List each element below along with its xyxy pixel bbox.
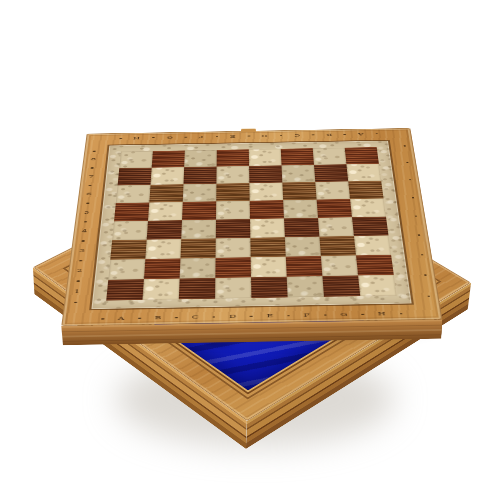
square-f2 <box>286 256 323 277</box>
coordinate-label: 8 <box>91 158 96 162</box>
latch-tab <box>241 128 256 132</box>
square-c1 <box>179 278 216 299</box>
coordinate-label: C <box>294 133 300 137</box>
square-h8 <box>345 147 379 164</box>
square-a5 <box>114 203 149 222</box>
square-g2 <box>321 255 358 276</box>
board-top-face: HGFEDCBA ABCDEFGH 87654321 <box>61 128 442 326</box>
inlay-dot <box>414 215 417 216</box>
square-g1 <box>322 275 360 296</box>
file-labels-far: HGFEDCBA <box>119 132 378 140</box>
coordinate-label: G <box>166 135 172 139</box>
coordinate-label: 3 <box>79 248 85 253</box>
square-b1 <box>142 279 179 300</box>
square-c2 <box>180 258 216 279</box>
squares-grid <box>106 147 396 300</box>
inlay-dot <box>74 301 77 303</box>
inlay-dot <box>77 280 80 282</box>
square-b2 <box>144 258 181 279</box>
square-b7 <box>151 167 185 185</box>
square-c7 <box>183 167 216 185</box>
square-f6 <box>282 182 316 200</box>
coordinate-label: 6 <box>86 192 91 196</box>
inlay-dot <box>287 315 290 317</box>
inlay-dot <box>312 134 314 135</box>
square-d7 <box>216 166 249 184</box>
square-c4 <box>181 220 216 239</box>
square-b5 <box>148 202 183 221</box>
square-f5 <box>283 200 318 219</box>
coordinate-label: 2 <box>77 268 83 273</box>
inlay-dot <box>79 260 82 262</box>
inlay-dot <box>87 203 90 204</box>
square-c8 <box>184 150 217 167</box>
square-f3 <box>285 237 321 257</box>
square-e1 <box>251 277 288 298</box>
inlay-dot <box>91 167 94 168</box>
coordinate-label: A <box>118 316 125 321</box>
square-b4 <box>147 220 182 239</box>
square-d2 <box>215 257 251 278</box>
inlay-dot <box>280 135 282 136</box>
square-h6 <box>348 181 383 199</box>
square-g4 <box>318 217 354 236</box>
square-a3 <box>110 240 146 260</box>
coordinate-label: H <box>134 136 141 140</box>
inlay-dot <box>427 295 430 297</box>
square-e5 <box>250 200 284 219</box>
coordinate-label: B <box>326 133 332 137</box>
inlay-dot <box>84 221 87 222</box>
inlay-dot <box>250 316 253 318</box>
rank-labels-left: 87654321 <box>73 151 97 303</box>
square-a6 <box>116 185 151 203</box>
inlay-dot <box>93 151 95 152</box>
square-g7 <box>314 164 348 182</box>
coordinate-label: 5 <box>84 210 90 214</box>
inlay-dot <box>409 179 412 180</box>
coordinate-label: D <box>262 134 268 138</box>
inlay-dot <box>344 134 346 135</box>
square-h3 <box>354 235 391 255</box>
square-a8 <box>119 151 153 168</box>
inlay-dot <box>212 316 215 318</box>
square-d5 <box>216 201 250 220</box>
square-e4 <box>250 218 285 237</box>
inlay-dot <box>403 145 406 146</box>
coordinate-label: E <box>267 313 273 318</box>
square-g8 <box>313 148 347 165</box>
square-f4 <box>284 218 319 237</box>
inlay-dot <box>324 314 327 316</box>
chessboard-product-photo: HGFEDCBA ABCDEFGH 87654321 <box>0 0 500 500</box>
square-a4 <box>112 221 148 240</box>
inlay-dot <box>89 185 92 186</box>
coordinate-label: F <box>304 313 310 318</box>
square-d4 <box>216 219 251 238</box>
inlay-dot <box>417 234 420 235</box>
square-h7 <box>346 164 381 182</box>
square-d3 <box>216 238 251 258</box>
square-e7 <box>249 165 282 183</box>
square-c3 <box>180 238 215 258</box>
chess-board: HGFEDCBA ABCDEFGH 87654321 <box>61 128 442 326</box>
square-h2 <box>356 255 394 276</box>
square-d8 <box>217 149 249 166</box>
square-h1 <box>358 275 396 296</box>
coordinate-label: 7 <box>88 175 93 179</box>
inlay-dot <box>375 133 377 134</box>
inlay-dot <box>184 137 186 138</box>
inlay-dot <box>152 137 154 138</box>
coordinate-label: F <box>199 135 204 139</box>
coordinate-label: C <box>192 315 199 320</box>
square-b6 <box>149 184 183 202</box>
square-a2 <box>108 259 145 280</box>
coordinate-label: G <box>340 312 347 317</box>
square-c5 <box>182 201 216 220</box>
coordinate-label: E <box>230 134 235 138</box>
square-g3 <box>319 236 356 256</box>
inlay-dot <box>216 136 218 137</box>
inlay-dot <box>248 135 250 136</box>
coordinate-label: A <box>358 132 364 136</box>
inlay-dot <box>424 274 427 276</box>
inlay-dot <box>119 138 121 139</box>
inlay-dot <box>420 254 423 255</box>
square-e6 <box>249 183 283 201</box>
square-d6 <box>216 183 249 201</box>
square-f8 <box>281 148 314 165</box>
inlay-dot <box>406 162 409 163</box>
coordinate-label: D <box>229 314 236 319</box>
coordinate-label: H <box>378 311 386 316</box>
inlay-dot <box>399 313 402 315</box>
inlay-dot <box>361 314 364 316</box>
square-d1 <box>215 277 251 298</box>
inlay-dot <box>82 240 85 241</box>
square-a1 <box>106 279 144 300</box>
square-h5 <box>350 198 386 217</box>
coordinate-label: 4 <box>82 229 88 234</box>
square-h4 <box>352 217 389 236</box>
inlay-dot <box>138 317 141 319</box>
square-f7 <box>282 165 316 183</box>
square-g6 <box>315 181 350 199</box>
square-g5 <box>317 199 352 218</box>
inlay-dot <box>411 197 414 198</box>
inlay-dot <box>101 318 104 320</box>
coordinate-label: B <box>155 315 162 320</box>
square-f1 <box>287 276 324 297</box>
square-a7 <box>118 168 152 186</box>
square-c6 <box>183 184 217 202</box>
square-e8 <box>249 149 282 166</box>
coordinate-label: 1 <box>74 289 80 294</box>
square-e2 <box>251 257 287 278</box>
inlay-dot <box>175 317 178 319</box>
square-b3 <box>145 239 181 259</box>
square-e3 <box>250 237 285 257</box>
square-b8 <box>152 150 185 167</box>
